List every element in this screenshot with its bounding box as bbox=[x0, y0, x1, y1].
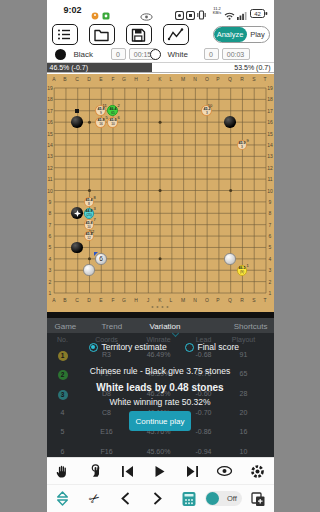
coordinate-label: 19 bbox=[266, 86, 274, 91]
candidate-rank: 10 bbox=[208, 104, 213, 109]
analysis-graph-button[interactable] bbox=[163, 24, 189, 45]
black-player-stone-icon bbox=[55, 49, 66, 60]
mode-toggle: Analyze Play bbox=[213, 26, 270, 43]
coordinate-label: 14 bbox=[266, 142, 274, 147]
coordinate-label: 13 bbox=[266, 154, 274, 159]
white-stone-Q4[interactable] bbox=[224, 253, 236, 265]
candidate-move-F16[interactable]: 45.6106 bbox=[107, 117, 118, 128]
coordinate-label: E bbox=[97, 76, 105, 81]
coordinate-label: 3 bbox=[47, 268, 54, 273]
coordinate-label: 10 bbox=[266, 188, 274, 193]
coordinate-label: O bbox=[203, 76, 211, 81]
play-icon bbox=[153, 465, 166, 478]
copy-add-icon bbox=[250, 491, 266, 507]
coordinate-label: 4 bbox=[266, 256, 274, 261]
coordinate-label: M bbox=[179, 298, 187, 303]
moves-list-button[interactable] bbox=[52, 24, 78, 45]
coordinate-label: Q bbox=[226, 76, 234, 81]
scissors-icon: ✂ bbox=[86, 490, 102, 507]
app-screen: 9:02 11.2KB/s 42 Analyze bbox=[47, 0, 274, 512]
open-file-button[interactable] bbox=[89, 24, 115, 45]
floppy-save-icon bbox=[130, 27, 147, 42]
tap-hand-icon bbox=[87, 463, 104, 480]
coordinate-label: G bbox=[120, 76, 128, 81]
winrate-white: 53.5% (0.7) bbox=[152, 63, 273, 72]
gear-icon bbox=[249, 463, 266, 480]
candidate-rank: 11 bbox=[102, 104, 106, 109]
score-calculator-button[interactable] bbox=[173, 485, 205, 512]
screenshot-icon bbox=[186, 6, 195, 24]
coordinate-label: Q bbox=[226, 298, 234, 303]
clock: 9:02 bbox=[64, 5, 82, 15]
folder-icon bbox=[93, 27, 110, 42]
black-stone-C8[interactable] bbox=[71, 207, 83, 219]
coordinate-label: 13 bbox=[47, 154, 54, 159]
coordinate-label: P bbox=[214, 76, 222, 81]
network-speed-indicator: 11.2KB/s bbox=[211, 7, 223, 15]
last-move-star bbox=[74, 210, 81, 217]
coordinate-label: P bbox=[214, 298, 222, 303]
candidate-move-D7[interactable]: 45.8107 bbox=[84, 219, 95, 230]
coordinate-label: 17 bbox=[266, 108, 274, 113]
tab-game[interactable]: Game bbox=[55, 322, 77, 331]
coordinate-label: E bbox=[97, 298, 105, 303]
coordinate-label: 11 bbox=[47, 177, 54, 182]
coordinate-label: R bbox=[238, 76, 246, 81]
black-player-name: Black bbox=[74, 50, 94, 59]
coordinate-label: N bbox=[191, 76, 199, 81]
coordinate-label: 19 bbox=[47, 86, 54, 91]
coordinate-label: 5 bbox=[47, 245, 54, 250]
coordinate-label: 14 bbox=[47, 142, 54, 147]
candidate-move-E16[interactable]: 45.8165 bbox=[95, 117, 106, 128]
autoplay-button[interactable] bbox=[144, 458, 176, 484]
coordinate-label: B bbox=[61, 298, 69, 303]
prev-move-button[interactable] bbox=[110, 485, 142, 512]
coordinate-label: 18 bbox=[47, 97, 54, 102]
lead-line: White leads by 0.48 stones bbox=[47, 382, 274, 393]
coordinate-label: 11 bbox=[266, 177, 274, 182]
coordinate-label: 2 bbox=[47, 279, 54, 284]
coordinate-label: K bbox=[156, 76, 164, 81]
coordinate-label: C bbox=[73, 76, 81, 81]
place-stone-button[interactable] bbox=[79, 458, 111, 484]
white-player-name: White bbox=[168, 50, 188, 59]
flag-marker-E4 bbox=[94, 252, 98, 256]
coordinate-label: D bbox=[85, 298, 93, 303]
unfold-moves-button[interactable] bbox=[47, 485, 79, 512]
coordinate-label: T bbox=[261, 298, 269, 303]
coordinate-label: 4 bbox=[47, 256, 54, 261]
coordinate-label: T bbox=[261, 76, 269, 81]
coordinate-label: 17 bbox=[47, 108, 54, 113]
coordinate-label: 5 bbox=[266, 245, 274, 250]
coordinate-label: S bbox=[250, 298, 258, 303]
rule-line: Chinese rule - Black give 3.75 stones bbox=[47, 366, 274, 376]
coordinate-label: 12 bbox=[266, 165, 274, 170]
coordinate-label: O bbox=[203, 298, 211, 303]
coordinate-label: A bbox=[50, 298, 58, 303]
continue-play-button[interactable]: Continue play bbox=[129, 411, 191, 431]
white-clock-box: 00:03 bbox=[222, 48, 250, 60]
candidate-rank: 9 bbox=[247, 138, 249, 143]
toolbar-row-2: ✂ Off bbox=[47, 484, 274, 512]
score-dialog-overlay: Territory estimate Final score Chinese r… bbox=[47, 333, 274, 457]
coordinate-label: M bbox=[179, 76, 187, 81]
winrate-line: White winning rate 50.32% bbox=[47, 397, 274, 407]
coordinate-label: 2 bbox=[266, 279, 274, 284]
coordinate-label: F bbox=[109, 298, 117, 303]
toggle-label: Off bbox=[227, 494, 237, 503]
coordinate-label: 9 bbox=[266, 199, 274, 204]
black-stone-Q16[interactable] bbox=[224, 116, 236, 128]
coordinate-label: 16 bbox=[47, 120, 54, 125]
final-score-label: Final score bbox=[198, 342, 240, 352]
vibrate-icon bbox=[197, 6, 206, 24]
coordinate-label: L bbox=[167, 298, 175, 303]
coordinate-label: 6 bbox=[47, 234, 54, 239]
coordinate-label: 8 bbox=[47, 211, 54, 216]
settings-button[interactable] bbox=[241, 458, 273, 484]
toggle-off-switch[interactable]: Off bbox=[205, 491, 242, 506]
coordinate-label: J bbox=[144, 76, 152, 81]
toolbar-row-1 bbox=[47, 457, 274, 484]
white-player-stone-icon bbox=[150, 49, 161, 60]
save-button[interactable] bbox=[126, 24, 152, 45]
list-icon bbox=[56, 27, 73, 42]
coordinate-label: 18 bbox=[266, 97, 274, 102]
coordinate-label: 1 bbox=[47, 291, 54, 296]
coordinate-label: 6 bbox=[266, 234, 274, 239]
coordinate-label: A bbox=[50, 76, 58, 81]
candidate-move-R3[interactable]: 46.5(9)1 bbox=[237, 265, 248, 276]
ai-toggle[interactable]: Off bbox=[205, 485, 242, 512]
go-board[interactable]: AABBCCDDEEFFGGHHJJKKLLMMNNOOPPQQRRSSTT19… bbox=[47, 74, 274, 312]
white-captures-box: 0 bbox=[204, 48, 219, 60]
coordinate-label: C bbox=[73, 298, 81, 303]
calculator-icon bbox=[181, 491, 197, 507]
coordinate-label: 1 bbox=[266, 291, 274, 296]
tab-shortcuts[interactable]: Shortcuts bbox=[234, 322, 268, 331]
battery-icon: 42 bbox=[250, 5, 268, 23]
coordinate-label: 7 bbox=[266, 222, 274, 227]
skip-start-icon bbox=[120, 465, 135, 478]
winrate-bar: 46.5% (-0.7) 53.5% (0.7) bbox=[47, 62, 274, 73]
square-marker-C17 bbox=[75, 109, 79, 113]
svg-text:42: 42 bbox=[254, 11, 261, 17]
black-stone-C16[interactable] bbox=[71, 116, 83, 128]
unfold-icon bbox=[54, 490, 71, 507]
coordinate-label: D bbox=[85, 76, 93, 81]
coordinate-label: F bbox=[109, 76, 117, 81]
candidate-rank: 1 bbox=[247, 264, 249, 269]
board-grid bbox=[47, 74, 274, 312]
territory-estimate-radio[interactable] bbox=[89, 343, 98, 352]
coordinate-label: 3 bbox=[266, 268, 274, 273]
coordinate-label: S bbox=[250, 76, 258, 81]
winrate-black: 46.5% (-0.7) bbox=[47, 63, 153, 72]
notification-icon-green bbox=[102, 6, 110, 24]
add-variation-button[interactable] bbox=[242, 485, 274, 512]
show-hide-button[interactable] bbox=[209, 458, 241, 484]
chevron-left-icon bbox=[119, 491, 132, 506]
coordinate-label: 12 bbox=[47, 165, 54, 170]
black-stone-C5[interactable] bbox=[71, 242, 83, 254]
signal-bars-icon bbox=[237, 6, 247, 24]
toggle-knob bbox=[206, 492, 219, 505]
coordinate-label: 15 bbox=[47, 131, 54, 136]
coordinate-label: 15 bbox=[266, 131, 274, 136]
analyze-mode-button[interactable]: Analyze bbox=[214, 27, 247, 42]
coordinate-label: 10 bbox=[47, 188, 54, 193]
coordinate-label: R bbox=[238, 298, 246, 303]
screen-record-icon bbox=[175, 6, 184, 24]
zigzag-graph-icon bbox=[167, 27, 184, 42]
coordinate-label: J bbox=[144, 298, 152, 303]
candidate-rank: 6 bbox=[117, 116, 119, 121]
wifi-icon bbox=[224, 6, 235, 24]
final-score-radio[interactable] bbox=[185, 343, 194, 352]
coordinate-label: B bbox=[61, 76, 69, 81]
candidate-rank: 12 bbox=[90, 229, 95, 234]
candidate-rank: 2 bbox=[117, 104, 119, 109]
cut-branch-button[interactable]: ✂ bbox=[78, 485, 110, 512]
coordinate-label: 16 bbox=[266, 120, 274, 125]
next-move-button[interactable] bbox=[142, 485, 174, 512]
board-handle-dots[interactable] bbox=[152, 306, 169, 308]
play-mode-button[interactable]: Play bbox=[247, 27, 269, 42]
coordinate-label: H bbox=[132, 298, 140, 303]
analysis-panel: Game Trend Variation Shortcuts No. Coord… bbox=[47, 318, 274, 457]
coordinate-label: 8 bbox=[266, 211, 274, 216]
territory-estimate-label: Territory estimate bbox=[102, 342, 167, 352]
white-stone-D3[interactable] bbox=[83, 264, 95, 276]
skip-end-icon bbox=[185, 465, 200, 478]
coordinate-label: H bbox=[132, 76, 140, 81]
coordinate-label: N bbox=[191, 298, 199, 303]
eye-status-icon bbox=[140, 7, 153, 25]
coordinate-label: K bbox=[156, 298, 164, 303]
coordinate-label: 9 bbox=[47, 199, 54, 204]
coordinate-label: G bbox=[120, 298, 128, 303]
status-bar: 9:02 11.2KB/s 42 bbox=[47, 0, 274, 20]
coordinate-label: L bbox=[167, 76, 175, 81]
pass-hand-button[interactable] bbox=[47, 458, 79, 484]
tab-trend[interactable]: Trend bbox=[102, 322, 123, 331]
black-captures-box: 0 bbox=[111, 48, 126, 60]
notification-icon-orange bbox=[91, 6, 99, 24]
hand-icon bbox=[54, 463, 71, 480]
chevron-right-icon bbox=[151, 491, 164, 506]
go-to-end-button[interactable] bbox=[176, 458, 208, 484]
coordinate-label: 7 bbox=[47, 222, 54, 227]
go-to-start-button[interactable] bbox=[111, 458, 143, 484]
eye-icon bbox=[216, 465, 233, 477]
